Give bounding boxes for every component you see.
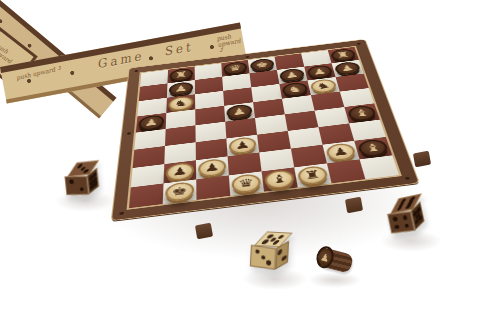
die-pip [396, 206, 403, 212]
die-pip [418, 214, 423, 222]
engraving-push-upward: push upward ⤴ [16, 65, 64, 81]
die-pip [93, 181, 97, 188]
piece-white-pawn-d3: ♟ [228, 136, 256, 155]
piece-glyph: ♛ [238, 177, 255, 190]
piece-glyph: ♟ [285, 71, 300, 80]
piece-glyph: ♟ [144, 118, 159, 128]
piece-glyph: ♟ [232, 107, 247, 117]
rim-hole [127, 132, 131, 135]
die-pip [255, 249, 260, 254]
die-pip [404, 223, 409, 228]
piece-glyph: ♟ [340, 64, 356, 73]
piece-white-pawn-c2: ♟ [198, 158, 227, 178]
die-pip [394, 224, 399, 229]
die-pip [69, 180, 74, 184]
piece-glyph: ♞ [174, 99, 188, 109]
chess-board: ♜♛♚♜♟♟♟♟♞♞♞♟♟♝♟♟♟♟♝♚♛♝♜ [129, 47, 399, 208]
square-a1 [129, 183, 164, 208]
piece-glyph: ♜ [175, 70, 188, 79]
square-g1 [327, 159, 365, 183]
rim-hole [357, 43, 361, 45]
piece-white-pawn-g2: ♟ [325, 142, 357, 162]
engraving-push-upward: push upward ⤴ [216, 31, 245, 53]
piece-white-queen-d1: ♛ [231, 173, 261, 194]
arrow-icon: ⤴ [218, 46, 225, 55]
die-pip [261, 255, 266, 260]
die-pip [282, 254, 287, 261]
fallen-piece-glyph: ♟ [319, 251, 330, 264]
die-pip [402, 216, 407, 221]
die-pip [405, 204, 412, 210]
piece-white-bishop-e1: ♝ [264, 169, 295, 190]
rim-hole [405, 177, 411, 180]
wooden-die-left [60, 158, 104, 202]
box-foot [413, 151, 431, 168]
piece-glyph: ♟ [172, 166, 188, 178]
piece-glyph: ♟ [235, 140, 251, 151]
square-d1: ♛ [229, 171, 264, 195]
piece-glyph: ♚ [255, 61, 269, 70]
piece-white-pawn-b2: ♟ [166, 162, 194, 182]
piece-glyph: ♟ [312, 67, 327, 76]
piece-glyph: ♞ [287, 85, 302, 95]
wooden-die-center [246, 228, 293, 275]
piece-glyph: ♝ [271, 173, 288, 186]
piece-glyph: ♞ [316, 81, 332, 90]
wooden-die-right [381, 191, 431, 241]
square-e1: ♝ [262, 167, 298, 191]
piece-black-bishop-h2: ♝ [357, 138, 390, 157]
rim-hole [119, 212, 124, 215]
die-pip [266, 260, 271, 265]
die-pip [393, 217, 398, 222]
die-face-front-2 [64, 176, 89, 195]
arrow-icon: ⤴ [56, 64, 63, 73]
piece-glyph: ♟ [332, 146, 350, 158]
photo-stage: push upward push upward ⤴ Game Set push … [0, 0, 480, 329]
piece-glyph: ♜ [336, 51, 351, 60]
die-pip [277, 235, 286, 240]
piece-white-rook-f1: ♜ [297, 165, 329, 186]
die-pip [277, 249, 282, 256]
piece-glyph: ♜ [304, 169, 322, 182]
piece-white-king-b1: ♚ [165, 181, 194, 202]
piece-glyph: ♟ [174, 84, 187, 93]
die-face-front-3 [250, 245, 276, 270]
square-f1: ♜ [294, 163, 331, 187]
die-pip [79, 187, 84, 191]
square-b1: ♚ [163, 179, 197, 204]
rim-hole [246, 56, 250, 58]
piece-glyph: ♝ [364, 142, 383, 154]
piece-glyph: ♝ [353, 108, 370, 118]
square-h1 [360, 155, 400, 179]
square-c1 [196, 175, 230, 199]
rim-hole [134, 70, 138, 72]
box-foot [345, 197, 363, 214]
piece-glyph: ♟ [204, 162, 220, 174]
piece-glyph: ♛ [228, 64, 242, 73]
box-foot [195, 223, 213, 240]
piece-glyph: ♚ [172, 185, 188, 198]
